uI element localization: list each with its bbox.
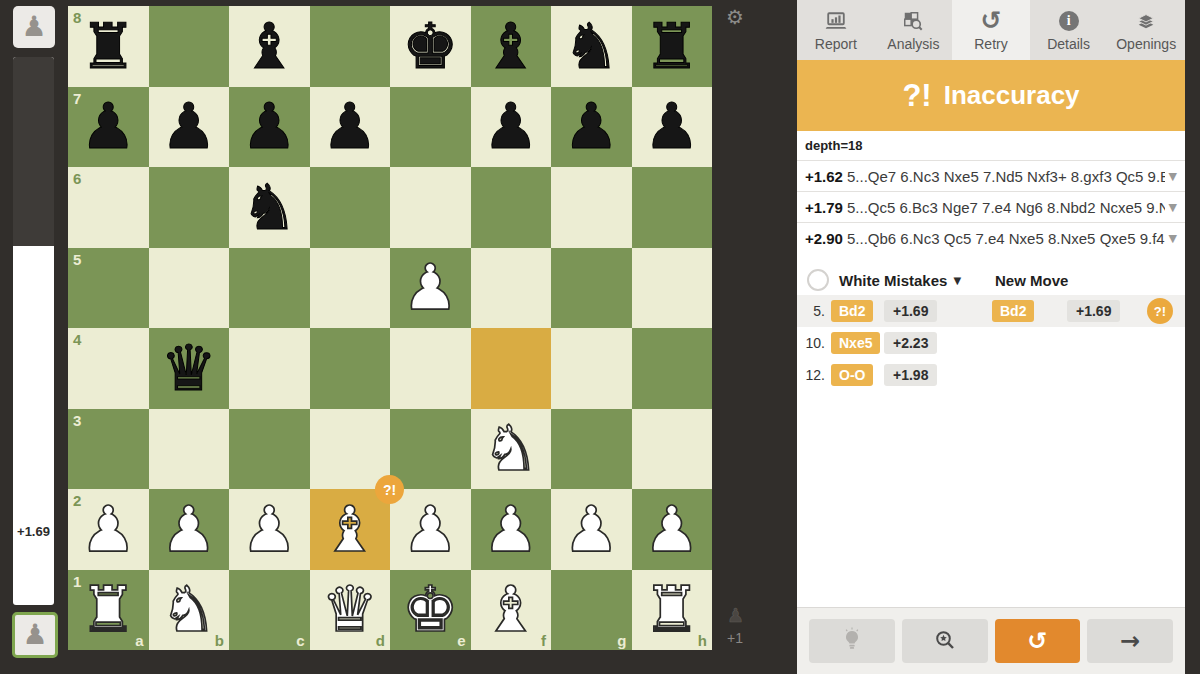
- square-d5[interactable]: [310, 248, 391, 329]
- square-f4[interactable]: [471, 328, 552, 409]
- square-e7[interactable]: [390, 87, 471, 168]
- black-queen: ♛: [161, 337, 217, 400]
- left-rail: ♟ +1.69 ♟: [0, 0, 68, 674]
- move-number: 12.: [797, 367, 825, 383]
- square-f8[interactable]: ♝: [471, 6, 552, 87]
- inaccuracy-banner: ?! Inaccuracy: [797, 60, 1185, 131]
- square-a1[interactable]: 1a♜: [68, 570, 149, 651]
- next-mistake-button[interactable]: →: [1087, 619, 1173, 663]
- line-eval: +1.79: [805, 199, 847, 216]
- new-move-eval-badge: +1.69: [1067, 300, 1120, 322]
- white-bishop: ♝: [483, 578, 539, 641]
- move-badge[interactable]: Bd2: [831, 300, 873, 322]
- square-c1[interactable]: c: [229, 570, 310, 651]
- square-g5[interactable]: [551, 248, 632, 329]
- action-footer: ↺ →: [797, 607, 1185, 674]
- black-pawn: ♟: [241, 95, 297, 158]
- square-e8[interactable]: ♚: [390, 6, 471, 87]
- black-knight: ♞: [241, 176, 297, 239]
- chevron-down-icon[interactable]: ▼: [1169, 232, 1177, 245]
- square-d8[interactable]: [310, 6, 391, 87]
- square-h5[interactable]: [632, 248, 713, 329]
- square-a3[interactable]: 3: [68, 409, 149, 490]
- tab-label: Retry: [974, 36, 1007, 52]
- move-badge[interactable]: O-O: [831, 364, 873, 386]
- tab-bar: Report Analysis ↺ Retry i Details Open: [797, 0, 1185, 60]
- analysis-board-search-icon: [902, 9, 924, 33]
- black-pawn: ♟: [644, 95, 700, 158]
- engine-line-2[interactable]: +1.79 5...Qc5 6.Bc3 Nge7 7.e4 Ng6 8.Nbd2…: [797, 191, 1185, 222]
- square-a8[interactable]: 8♜: [68, 6, 149, 87]
- white-pawn: ♟: [161, 498, 217, 561]
- tab-details[interactable]: i Details: [1030, 0, 1108, 60]
- engine-line-3[interactable]: +2.90 5...Qb6 6.Nc3 Qc5 7.e4 Nxe5 8.Nxe5…: [797, 222, 1185, 253]
- eval-score: +1.69: [13, 524, 54, 539]
- square-f6[interactable]: [471, 167, 552, 248]
- rank-label-6: 6: [73, 171, 81, 186]
- chevron-down-icon[interactable]: ▼: [953, 275, 961, 286]
- square-g8[interactable]: ♞: [551, 6, 632, 87]
- square-e4[interactable]: [390, 328, 471, 409]
- square-b3[interactable]: [149, 409, 230, 490]
- tab-label: Analysis: [887, 36, 939, 52]
- black-pawn: ♟: [322, 95, 378, 158]
- black-bishop: ♝: [241, 15, 297, 78]
- square-h1[interactable]: h♜: [632, 570, 713, 651]
- lightbulb-icon: [840, 627, 864, 656]
- square-a7[interactable]: 7♟: [68, 87, 149, 168]
- move-number: 5.: [797, 303, 825, 319]
- new-move-badge[interactable]: Bd2: [992, 300, 1034, 322]
- square-e2[interactable]: ♟: [390, 489, 471, 570]
- chevron-down-icon[interactable]: ▼: [1169, 170, 1177, 183]
- square-h7[interactable]: ♟: [632, 87, 713, 168]
- white-player-avatar: ♟: [12, 612, 58, 658]
- mistakes-radio[interactable]: [807, 269, 829, 291]
- white-pawn: ♟: [563, 498, 619, 561]
- magnifier-star-icon: [933, 628, 957, 655]
- white-pawn: ♟: [241, 498, 297, 561]
- material-advantage: +1: [727, 630, 743, 646]
- retry-icon: ↺: [981, 9, 1002, 33]
- eval-badge: +1.98: [884, 364, 937, 386]
- eval-bar-black-section: [13, 57, 54, 246]
- inaccuracy-label: Inaccuracy: [944, 80, 1080, 111]
- engine-depth: depth=18: [797, 131, 1185, 160]
- best-move-search-button[interactable]: [902, 619, 988, 663]
- rank-label-3: 3: [73, 413, 81, 428]
- file-label-a: a: [135, 633, 143, 648]
- white-bishop: ♝: [322, 498, 378, 561]
- line-moves: 5...Qb6 6.Nc3 Qc5 7.e4 Nxe5 8.Nxe5 Qxe5 …: [847, 230, 1165, 247]
- square-d3[interactable]: [310, 409, 391, 490]
- square-e6[interactable]: [390, 167, 471, 248]
- square-b7[interactable]: ♟: [149, 87, 230, 168]
- square-f5[interactable]: [471, 248, 552, 329]
- inaccuracy-badge-icon: ?!: [1147, 298, 1173, 324]
- chess-analysis-app: ♟ +1.69 ♟ 8♜♝♚♝♞♜7♟♟♟♟♟♟♟6♞5♟4♛3♞2♟♟♟♝?!…: [0, 0, 1200, 674]
- white-player-pawn-icon: ♟: [22, 621, 47, 649]
- square-h8[interactable]: ♜: [632, 6, 713, 87]
- rank-label-7: 7: [73, 91, 81, 106]
- file-label-d: d: [376, 633, 385, 648]
- file-label-g: g: [617, 633, 626, 648]
- white-pawn: ♟: [644, 498, 700, 561]
- square-d2[interactable]: ♝?!: [310, 489, 391, 570]
- chevron-down-icon[interactable]: ▼: [1169, 201, 1177, 214]
- square-g7[interactable]: ♟: [551, 87, 632, 168]
- square-f1[interactable]: f♝: [471, 570, 552, 651]
- report-chart-icon: [825, 9, 847, 33]
- square-h3[interactable]: [632, 409, 713, 490]
- black-bishop: ♝: [483, 15, 539, 78]
- square-e1[interactable]: e♚: [390, 570, 471, 651]
- black-player-pawn-icon: ♟: [21, 13, 46, 41]
- captured-pieces-tray: ♟ +1: [727, 604, 744, 646]
- eval-badge: +2.23: [884, 332, 937, 354]
- file-label-h: h: [698, 633, 707, 648]
- move-badge[interactable]: Nxe5: [831, 332, 880, 354]
- file-label-f: f: [541, 633, 546, 648]
- white-pawn: ♟: [402, 498, 458, 561]
- square-b2[interactable]: ♟: [149, 489, 230, 570]
- settings-gear-icon[interactable]: ⚙: [726, 5, 744, 29]
- move-number: 10.: [797, 335, 825, 351]
- white-knight: ♞: [483, 417, 539, 480]
- tab-label: Openings: [1116, 36, 1176, 52]
- square-b1[interactable]: b♞: [149, 570, 230, 651]
- white-knight: ♞: [161, 578, 217, 641]
- line-moves: 5...Qc5 6.Bc3 Nge7 7.e4 Ng6 8.Nbd2 Ncxe5…: [847, 199, 1165, 216]
- black-rook: ♜: [80, 15, 136, 78]
- hint-button[interactable]: [809, 619, 895, 663]
- square-h6[interactable]: [632, 167, 713, 248]
- square-g2[interactable]: ♟: [551, 489, 632, 570]
- square-g1[interactable]: g: [551, 570, 632, 651]
- square-d7[interactable]: ♟: [310, 87, 391, 168]
- black-pawn: ♟: [161, 95, 217, 158]
- square-c2[interactable]: ♟: [229, 489, 310, 570]
- square-g4[interactable]: [551, 328, 632, 409]
- black-pawn: ♟: [483, 95, 539, 158]
- tab-label: Details: [1047, 36, 1090, 52]
- eval-badge: +1.69: [884, 300, 937, 322]
- white-king: ♚: [402, 578, 458, 641]
- rank-label-2: 2: [73, 493, 81, 508]
- retry-icon: ↺: [1027, 629, 1047, 653]
- square-g6[interactable]: [551, 167, 632, 248]
- square-d4[interactable]: [310, 328, 391, 409]
- arrow-right-icon: →: [1120, 629, 1140, 653]
- square-c8[interactable]: ♝: [229, 6, 310, 87]
- square-d6[interactable]: [310, 167, 391, 248]
- square-b5[interactable]: [149, 248, 230, 329]
- tab-label: Report: [815, 36, 857, 52]
- rank-label-1: 1: [73, 574, 81, 589]
- white-pawn: ♟: [483, 498, 539, 561]
- white-rook: ♜: [80, 578, 136, 641]
- square-c5[interactable]: [229, 248, 310, 329]
- square-h2[interactable]: ♟: [632, 489, 713, 570]
- square-e3[interactable]: [390, 409, 471, 490]
- square-b8[interactable]: [149, 6, 230, 87]
- new-move-header: New Move: [995, 272, 1068, 289]
- square-f7[interactable]: ♟: [471, 87, 552, 168]
- square-b6[interactable]: [149, 167, 230, 248]
- white-rook: ♜: [644, 578, 700, 641]
- white-pawn: ♟: [80, 498, 136, 561]
- square-a6[interactable]: 6: [68, 167, 149, 248]
- black-rook: ♜: [644, 15, 700, 78]
- black-pawn: ♟: [563, 95, 619, 158]
- mistakes-filter-label[interactable]: White Mistakes: [839, 272, 947, 289]
- tab-retry[interactable]: ↺ Retry: [952, 0, 1030, 60]
- square-c6[interactable]: ♞: [229, 167, 310, 248]
- black-pawn: ♟: [80, 95, 136, 158]
- square-c4[interactable]: [229, 328, 310, 409]
- retry-move-button[interactable]: ↺: [995, 619, 1081, 663]
- square-g3[interactable]: [551, 409, 632, 490]
- analysis-panel: Report Analysis ↺ Retry i Details Open: [797, 0, 1185, 674]
- line-moves: 5...Qe7 6.Nc3 Nxe5 7.Nd5 Nxf3+ 8.gxf3 Qc…: [847, 168, 1165, 185]
- square-a5[interactable]: 5: [68, 248, 149, 329]
- square-e5[interactable]: ♟: [390, 248, 471, 329]
- file-label-e: e: [457, 633, 465, 648]
- white-queen: ♛: [322, 578, 378, 641]
- square-a2[interactable]: 2♟: [68, 489, 149, 570]
- tab-openings[interactable]: Openings: [1107, 0, 1185, 60]
- mistake-row-5[interactable]: 5. Bd2 +1.69 Bd2 +1.69 ?!: [797, 295, 1185, 327]
- square-d1[interactable]: d♛: [310, 570, 391, 651]
- tab-analysis[interactable]: Analysis: [875, 0, 953, 60]
- captured-pawn-icon: ♟: [727, 604, 744, 627]
- rank-label-5: 5: [73, 252, 81, 267]
- square-f3[interactable]: ♞: [471, 409, 552, 490]
- line-eval: +2.90: [805, 230, 847, 247]
- black-player-avatar: ♟: [13, 6, 55, 48]
- mistakes-header: White Mistakes ▼ New Move: [797, 265, 1185, 295]
- chess-board[interactable]: 8♜♝♚♝♞♜7♟♟♟♟♟♟♟6♞5♟4♛3♞2♟♟♟♝?!♟♟♟♟1a♜b♞c…: [68, 6, 712, 650]
- board-inaccuracy-badge: ?!: [375, 475, 404, 504]
- openings-books-icon: [1134, 9, 1158, 33]
- square-h4[interactable]: [632, 328, 713, 409]
- mistake-row-12[interactable]: 12. O-O +1.98: [797, 359, 1185, 391]
- square-c7[interactable]: ♟: [229, 87, 310, 168]
- rank-label-4: 4: [73, 332, 81, 347]
- rank-label-8: 8: [73, 10, 81, 25]
- black-king: ♚: [402, 15, 458, 78]
- white-pawn: ♟: [402, 256, 458, 319]
- tab-report[interactable]: Report: [797, 0, 875, 60]
- mistake-row-10[interactable]: 10. Nxe5 +2.23: [797, 327, 1185, 359]
- black-knight: ♞: [563, 15, 619, 78]
- eval-bar: +1.69: [13, 57, 54, 605]
- file-label-b: b: [215, 633, 224, 648]
- square-f2[interactable]: ♟: [471, 489, 552, 570]
- engine-line-1[interactable]: +1.62 5...Qe7 6.Nc3 Nxe5 7.Nd5 Nxf3+ 8.g…: [797, 160, 1185, 191]
- info-icon: i: [1059, 9, 1079, 33]
- file-label-c: c: [296, 633, 304, 648]
- inaccuracy-symbol: ?!: [902, 78, 931, 114]
- square-a4[interactable]: 4: [68, 328, 149, 409]
- square-b4[interactable]: ♛: [149, 328, 230, 409]
- square-c3[interactable]: [229, 409, 310, 490]
- line-eval: +1.62: [805, 168, 847, 185]
